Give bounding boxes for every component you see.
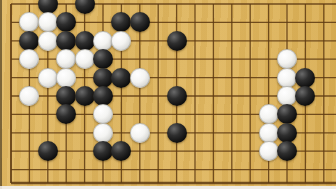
stone-white[interactable] [277, 68, 297, 88]
page-background-edge [0, 186, 336, 189]
stone-black[interactable] [277, 123, 297, 143]
stone-black[interactable] [167, 123, 187, 143]
stone-black[interactable] [38, 141, 58, 161]
stone-black[interactable] [75, 31, 95, 51]
stone-black[interactable] [295, 68, 315, 88]
board-left-shadow [0, 0, 2, 189]
stone-white[interactable] [259, 123, 279, 143]
stone-black[interactable] [75, 86, 95, 106]
stone-white[interactable] [259, 104, 279, 124]
stone-black[interactable] [93, 86, 113, 106]
stone-black[interactable] [111, 68, 131, 88]
stone-white[interactable] [259, 141, 279, 161]
stone-white[interactable] [277, 86, 297, 106]
stone-white[interactable] [75, 49, 95, 69]
stone-black[interactable] [56, 31, 76, 51]
stone-white[interactable] [38, 31, 58, 51]
go-board[interactable] [0, 0, 336, 186]
stone-white[interactable] [93, 31, 113, 51]
stone-white[interactable] [93, 123, 113, 143]
stone-white[interactable] [130, 123, 150, 143]
stone-black[interactable] [167, 86, 187, 106]
stone-white[interactable] [130, 68, 150, 88]
stone-white[interactable] [38, 68, 58, 88]
stone-white[interactable] [56, 68, 76, 88]
stone-black[interactable] [93, 68, 113, 88]
go-app-screenshot [0, 0, 336, 189]
stone-black[interactable] [167, 31, 187, 51]
